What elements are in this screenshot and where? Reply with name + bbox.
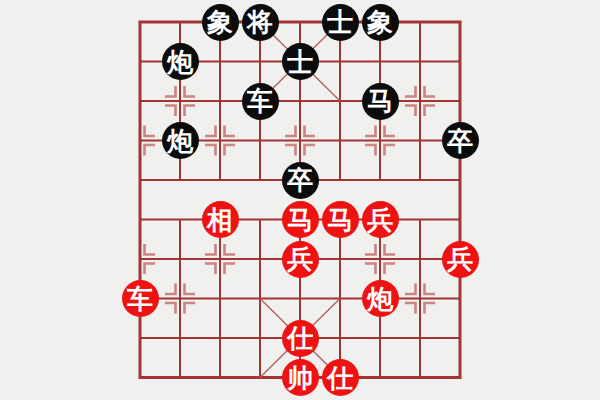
xiangqi-board: 象将士象炮士车马炮卒卒相马马兵兵兵车炮仕帅仕 — [0, 0, 600, 400]
piece-black-pawn-c8r3[interactable]: 卒 — [442, 122, 479, 159]
piece-red-rook-c0r7[interactable]: 车 — [122, 280, 159, 317]
piece-black-pawn-c4r4[interactable]: 卒 — [282, 162, 319, 199]
piece-black-horse-c6r2[interactable]: 马 — [362, 83, 399, 120]
piece-red-horse-c4r5[interactable]: 马 — [282, 201, 319, 238]
piece-black-cannon-c1r1[interactable]: 炮 — [162, 43, 199, 80]
piece-red-pawn-c8r6[interactable]: 兵 — [442, 241, 479, 278]
piece-black-elephant-c6r0[interactable]: 象 — [362, 4, 399, 41]
piece-red-horse-c5r5[interactable]: 马 — [322, 201, 359, 238]
piece-black-advisor-c5r0[interactable]: 士 — [322, 4, 359, 41]
pieces-layer: 象将士象炮士车马炮卒卒相马马兵兵兵车炮仕帅仕 — [0, 0, 600, 400]
piece-red-advisor-c4r8[interactable]: 仕 — [282, 320, 319, 357]
piece-black-advisor-c4r1[interactable]: 士 — [282, 43, 319, 80]
piece-red-pawn-c4r6[interactable]: 兵 — [282, 241, 319, 278]
piece-red-cannon-c6r7[interactable]: 炮 — [362, 280, 399, 317]
piece-red-pawn-c6r5[interactable]: 兵 — [362, 201, 399, 238]
piece-black-elephant-c2r0[interactable]: 象 — [202, 4, 239, 41]
piece-black-cannon-c1r3[interactable]: 炮 — [162, 122, 199, 159]
piece-black-king-c3r0[interactable]: 将 — [242, 4, 279, 41]
piece-red-king-c4r9[interactable]: 帅 — [282, 359, 319, 396]
piece-black-rook-c3r2[interactable]: 车 — [242, 83, 279, 120]
piece-red-advisor-c5r9[interactable]: 仕 — [322, 359, 359, 396]
piece-red-elephant-c2r5[interactable]: 相 — [202, 201, 239, 238]
